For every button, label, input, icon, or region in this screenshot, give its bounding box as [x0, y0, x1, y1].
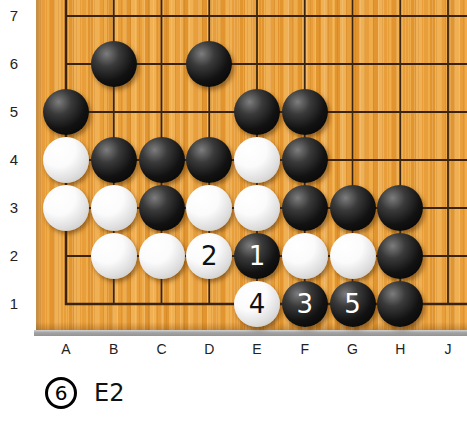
stone-g3-black[interactable] [330, 185, 376, 231]
col-label-d: D [196, 341, 222, 357]
go-board[interactable]: 21435 [36, 0, 467, 330]
stone-a4-white[interactable] [43, 137, 89, 183]
stone-move-number: 4 [249, 291, 266, 317]
stone-d2-white[interactable]: 2 [186, 233, 232, 279]
col-label-f: F [292, 341, 318, 357]
stone-e4-white[interactable] [234, 137, 280, 183]
col-label-g: G [340, 341, 366, 357]
stone-a5-black[interactable] [43, 89, 89, 135]
stone-move-number: 5 [344, 291, 361, 317]
row-label-6: 6 [2, 55, 26, 73]
stone-f2-white[interactable] [282, 233, 328, 279]
stone-move-number: 3 [296, 291, 313, 317]
col-label-e: E [244, 341, 270, 357]
col-label-j: J [435, 341, 461, 357]
stone-c2-white[interactable] [139, 233, 185, 279]
stone-e3-white[interactable] [234, 185, 280, 231]
stone-g2-white[interactable] [330, 233, 376, 279]
stone-f5-black[interactable] [282, 89, 328, 135]
stone-d6-black[interactable] [186, 41, 232, 87]
row-label-4: 4 [2, 151, 26, 169]
stone-f1-black[interactable]: 3 [282, 281, 328, 327]
stone-h3-black[interactable] [377, 185, 423, 231]
col-label-b: B [101, 341, 127, 357]
caption-move-number: 6 [55, 383, 68, 403]
col-label-c: C [149, 341, 175, 357]
stone-a3-white[interactable] [43, 185, 89, 231]
stone-e5-black[interactable] [234, 89, 280, 135]
row-label-7: 7 [2, 7, 26, 25]
move-6-white-stone-icon: 6 [45, 377, 77, 409]
col-label-a: A [53, 341, 79, 357]
stone-c4-black[interactable] [139, 137, 185, 183]
row-label-5: 5 [2, 103, 26, 121]
stone-b4-black[interactable] [91, 137, 137, 183]
stone-f3-black[interactable] [282, 185, 328, 231]
stone-e1-white[interactable]: 4 [234, 281, 280, 327]
stone-d3-white[interactable] [186, 185, 232, 231]
move-caption: 6 E2 [45, 376, 124, 409]
stone-f4-black[interactable] [282, 137, 328, 183]
stone-b6-black[interactable] [91, 41, 137, 87]
row-label-2: 2 [2, 247, 26, 265]
caption-coordinate: E2 [94, 379, 124, 407]
stone-h2-black[interactable] [377, 233, 423, 279]
col-label-h: H [387, 341, 413, 357]
stone-g1-black[interactable]: 5 [330, 281, 376, 327]
stone-b3-white[interactable] [91, 185, 137, 231]
board-front-edge [34, 330, 467, 336]
stone-move-number: 2 [201, 243, 218, 269]
stone-h1-black[interactable] [377, 281, 423, 327]
go-diagram-page: 21435 6 E2 7654321ABCDEFGHJ [0, 0, 467, 425]
row-label-1: 1 [2, 295, 26, 313]
stone-d4-black[interactable] [186, 137, 232, 183]
stone-e2-black[interactable]: 1 [234, 233, 280, 279]
stone-c3-black[interactable] [139, 185, 185, 231]
stone-move-number: 1 [249, 243, 266, 269]
stone-b2-white[interactable] [91, 233, 137, 279]
row-label-3: 3 [2, 199, 26, 217]
